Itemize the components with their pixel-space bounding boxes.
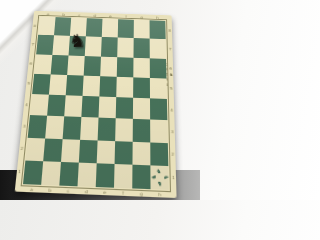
- file-label-h: h: [150, 15, 166, 20]
- square-f6[interactable]: [117, 57, 134, 77]
- square-b2[interactable]: [43, 138, 62, 162]
- file-label-b: b: [41, 187, 60, 193]
- brand-logo-diamond-icon: ♞♞♞♞: [152, 168, 167, 186]
- square-a8[interactable]: [38, 17, 55, 36]
- rank-label-1: 1: [16, 160, 24, 184]
- rank-label-5: 5: [25, 73, 32, 94]
- square-h5[interactable]: [150, 78, 167, 99]
- file-label-a: a: [22, 186, 41, 192]
- file-label-a: a: [40, 11, 56, 16]
- square-h8[interactable]: [150, 20, 166, 39]
- square-h1[interactable]: ♞♞♞♞: [150, 165, 168, 190]
- file-label-h: h: [151, 191, 169, 197]
- square-h2[interactable]: [150, 142, 168, 166]
- rank-label-2: 2: [18, 137, 26, 160]
- brand-mark-icon: ♞: [169, 63, 174, 88]
- square-h4[interactable]: [150, 98, 167, 120]
- square-g2[interactable]: [132, 141, 150, 165]
- file-label-f: f: [114, 189, 132, 195]
- square-f3[interactable]: [115, 118, 133, 141]
- table-surface: abcdefgh abcdefgh 87654321 87654321 ♞ CH…: [0, 0, 200, 200]
- rank-label-8: 8: [167, 21, 172, 40]
- square-a1[interactable]: [23, 160, 43, 185]
- rank-label-4: 4: [169, 99, 175, 121]
- square-h6[interactable]: [150, 58, 167, 78]
- rank-label-7: 7: [168, 39, 173, 58]
- square-g3[interactable]: [133, 119, 151, 142]
- file-label-b: b: [56, 12, 72, 17]
- logo-knight-icon: ♞: [156, 180, 161, 186]
- rank-label-4: 4: [23, 94, 30, 115]
- square-d8[interactable]: [86, 18, 103, 37]
- rank-labels-right: 87654321: [167, 21, 176, 190]
- square-a5[interactable]: [32, 74, 51, 95]
- square-b3[interactable]: [45, 116, 64, 139]
- square-c6[interactable]: [67, 55, 85, 75]
- square-g1[interactable]: [132, 164, 150, 189]
- square-a2[interactable]: [25, 137, 45, 161]
- rank-label-8: 8: [32, 16, 39, 34]
- file-label-d: d: [87, 13, 103, 18]
- file-label-f: f: [118, 14, 134, 19]
- square-g4[interactable]: [133, 98, 150, 120]
- rank-label-6: 6: [27, 54, 34, 74]
- square-f1[interactable]: [114, 164, 132, 189]
- square-d1[interactable]: [78, 162, 97, 187]
- file-label-g: g: [134, 15, 150, 20]
- square-f2[interactable]: [115, 141, 133, 165]
- square-d6[interactable]: [84, 56, 101, 76]
- square-d5[interactable]: [83, 75, 101, 96]
- file-label-e: e: [103, 13, 119, 18]
- square-b6[interactable]: [51, 54, 69, 74]
- square-d4[interactable]: [81, 96, 99, 118]
- square-f8[interactable]: [118, 19, 134, 38]
- square-c1[interactable]: [59, 162, 79, 187]
- square-g6[interactable]: [133, 57, 150, 77]
- square-d2[interactable]: [79, 139, 98, 163]
- square-a4[interactable]: [30, 94, 49, 116]
- square-e8[interactable]: [102, 19, 118, 38]
- square-e4[interactable]: [99, 97, 117, 119]
- square-e7[interactable]: [101, 37, 118, 57]
- square-d3[interactable]: [80, 117, 98, 140]
- square-b1[interactable]: [41, 161, 61, 186]
- rank-label-2: 2: [170, 143, 176, 166]
- square-c4[interactable]: [64, 95, 82, 117]
- square-c2[interactable]: [61, 139, 80, 163]
- square-c3[interactable]: [63, 117, 82, 140]
- chess-board[interactable]: ♞♞♞♞♞: [23, 17, 169, 190]
- square-e2[interactable]: [97, 140, 115, 164]
- square-f4[interactable]: [116, 97, 133, 119]
- square-c7[interactable]: ♞: [69, 36, 86, 56]
- square-c5[interactable]: [66, 75, 84, 96]
- square-b4[interactable]: [47, 95, 66, 117]
- file-label-d: d: [77, 188, 96, 194]
- square-a6[interactable]: [34, 54, 52, 74]
- logo-knight-icon: ♞: [162, 175, 168, 181]
- chess-mat: abcdefgh abcdefgh 87654321 87654321 ♞ CH…: [15, 11, 177, 198]
- square-e5[interactable]: [99, 76, 116, 97]
- square-a7[interactable]: [36, 35, 54, 55]
- square-h3[interactable]: [150, 120, 168, 143]
- square-a3[interactable]: [28, 115, 47, 138]
- square-g5[interactable]: [133, 77, 150, 98]
- square-e1[interactable]: [96, 163, 115, 188]
- rank-label-3: 3: [21, 115, 28, 137]
- logo-knight-icon: ♞: [151, 174, 157, 180]
- square-e6[interactable]: [100, 56, 117, 76]
- rank-label-3: 3: [169, 120, 175, 142]
- square-b5[interactable]: [49, 74, 67, 95]
- rank-label-1: 1: [170, 166, 176, 190]
- square-e3[interactable]: [98, 118, 116, 141]
- black-knight-piece[interactable]: ♞: [68, 33, 86, 51]
- file-label-c: c: [71, 12, 87, 17]
- square-b7[interactable]: [52, 35, 70, 55]
- rank-label-7: 7: [30, 35, 37, 54]
- square-f7[interactable]: [117, 38, 133, 58]
- square-g7[interactable]: [133, 38, 149, 58]
- brand-text: ♞ CHESS: [168, 62, 174, 87]
- square-h7[interactable]: [150, 39, 166, 59]
- square-f5[interactable]: [116, 77, 133, 98]
- square-d7[interactable]: [85, 37, 102, 57]
- file-label-e: e: [95, 189, 113, 195]
- square-g8[interactable]: [134, 20, 150, 39]
- file-label-c: c: [59, 187, 78, 193]
- file-label-g: g: [132, 190, 150, 196]
